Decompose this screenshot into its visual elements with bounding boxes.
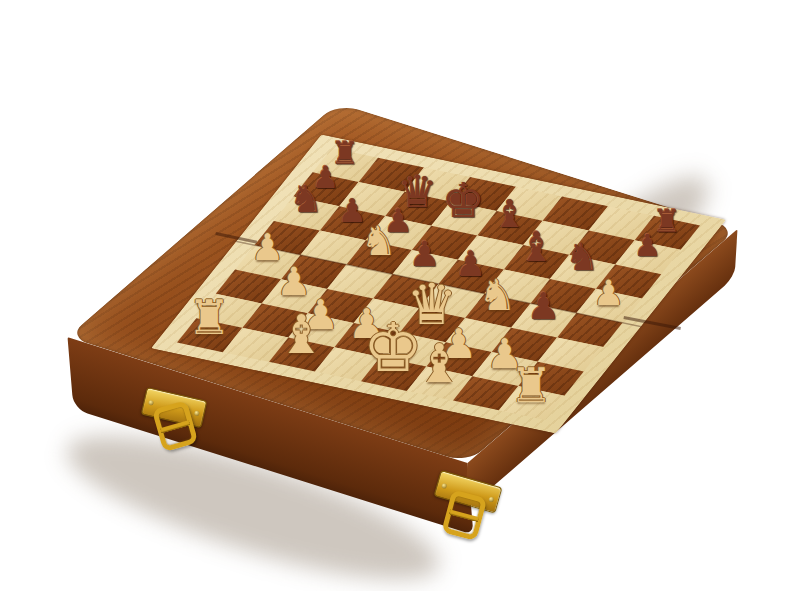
latch-bail-crossbar <box>449 510 479 523</box>
latch-bail-crossbar <box>160 420 190 433</box>
